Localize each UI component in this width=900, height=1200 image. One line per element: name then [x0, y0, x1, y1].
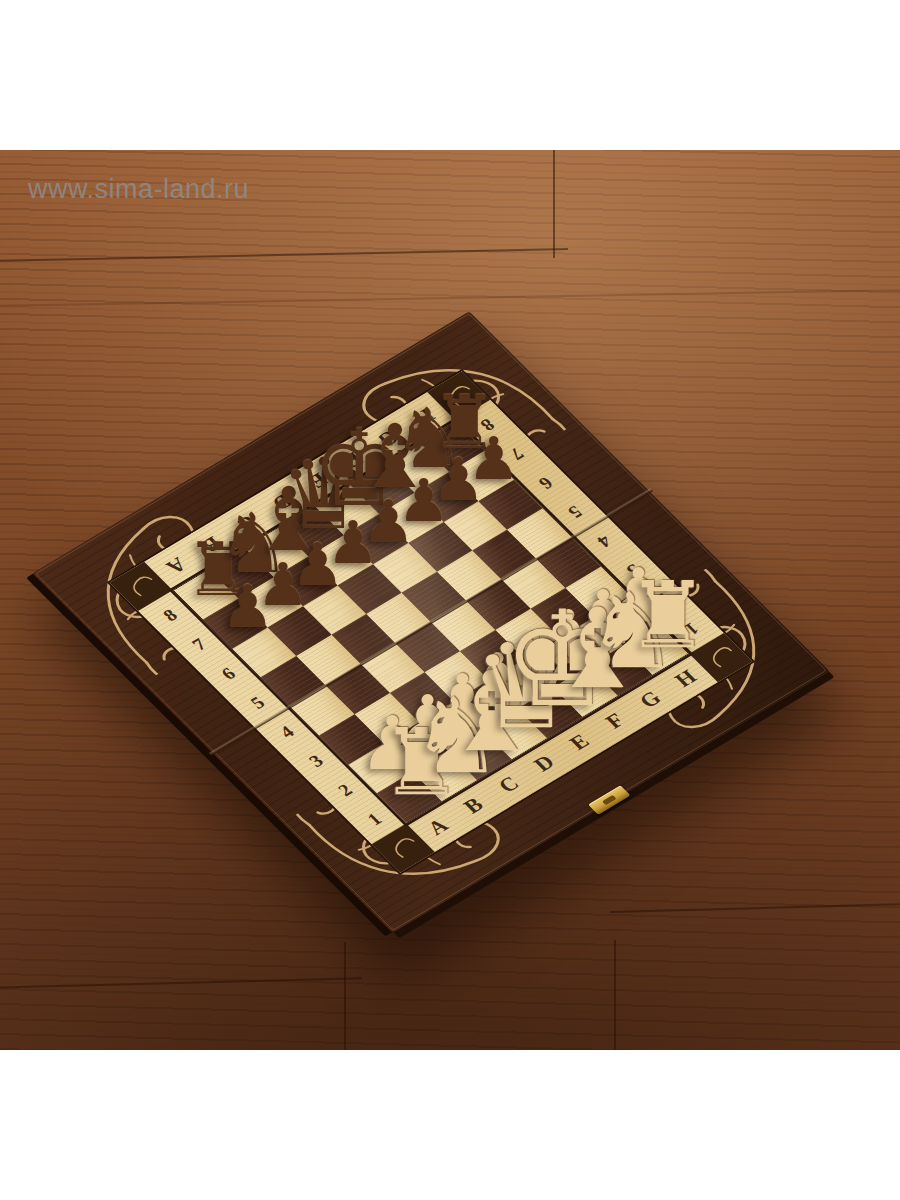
- black-pawn-h7: ♟: [467, 429, 520, 488]
- square-h1: ♜: [624, 625, 688, 675]
- chess-box: ABCDEFGH ABCDEFGH 87654321 87654321 ♜♞♝♛…: [32, 311, 829, 933]
- page: { "watermark": { "text": "www.sima-land.…: [0, 0, 900, 1200]
- plank-seam: [0, 289, 900, 307]
- plank-seam: [344, 942, 346, 1050]
- product-photo: www.sima-land.ru: [0, 150, 900, 1050]
- plank-seam: [610, 903, 900, 913]
- plank-seam: [0, 248, 568, 262]
- white-rook-h1: ♜: [626, 570, 708, 662]
- brass-clasp: [588, 785, 630, 815]
- watermark: www.sima-land.ru: [28, 174, 249, 205]
- plank-seam: [0, 977, 362, 989]
- plank-seam: [553, 150, 555, 258]
- plank-seam: [614, 940, 616, 1050]
